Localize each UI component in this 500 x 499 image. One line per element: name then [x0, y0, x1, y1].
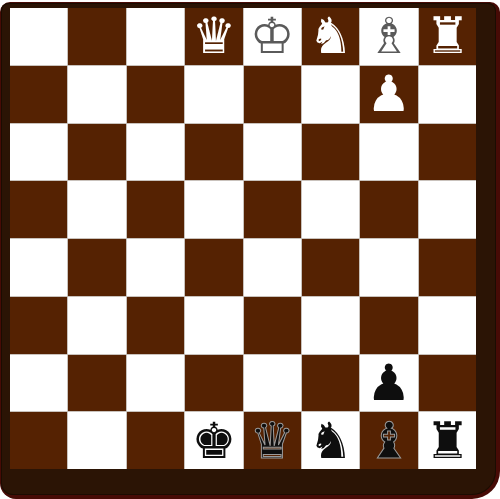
black-king-d1[interactable]: ♚ [191, 416, 236, 466]
square-d1[interactable]: ♚ [185, 412, 242, 469]
square-d4[interactable] [185, 239, 242, 296]
square-c7[interactable] [127, 66, 184, 123]
square-e2[interactable] [244, 355, 301, 412]
square-h7[interactable] [419, 66, 476, 123]
square-a4[interactable] [10, 239, 67, 296]
square-c6[interactable] [127, 124, 184, 181]
square-e6[interactable] [244, 124, 301, 181]
square-h1[interactable]: ♜ [419, 412, 476, 469]
square-b5[interactable] [68, 181, 125, 238]
square-a2[interactable] [10, 355, 67, 412]
square-g2[interactable]: ♟ [360, 355, 417, 412]
square-h2[interactable] [419, 355, 476, 412]
square-b6[interactable] [68, 124, 125, 181]
square-a7[interactable] [10, 66, 67, 123]
black-rook-h1[interactable]: ♜ [425, 416, 470, 466]
square-a5[interactable] [10, 181, 67, 238]
square-e5[interactable] [244, 181, 301, 238]
square-b4[interactable] [68, 239, 125, 296]
square-e1[interactable]: ♛ [244, 412, 301, 469]
square-d6[interactable] [185, 124, 242, 181]
black-knight-f1[interactable]: ♞ [308, 416, 353, 466]
square-g7[interactable]: ♟ [360, 66, 417, 123]
white-king-e8[interactable]: ♔ [250, 11, 295, 61]
black-queen-e1[interactable]: ♛ [250, 416, 295, 466]
square-a8[interactable] [10, 8, 67, 65]
square-b1[interactable] [68, 412, 125, 469]
square-a6[interactable] [10, 124, 67, 181]
square-g8[interactable]: ♗ [360, 8, 417, 65]
square-a3[interactable] [10, 297, 67, 354]
white-bishop-g8[interactable]: ♗ [367, 11, 412, 61]
white-queen-d8[interactable]: ♛ [191, 11, 236, 61]
square-b2[interactable] [68, 355, 125, 412]
square-c3[interactable] [127, 297, 184, 354]
square-f6[interactable] [302, 124, 359, 181]
square-c1[interactable] [127, 412, 184, 469]
square-g4[interactable] [360, 239, 417, 296]
white-rook-h8[interactable]: ♜ [425, 11, 470, 61]
white-knight-f8[interactable]: ♞ [308, 11, 353, 61]
square-g6[interactable] [360, 124, 417, 181]
square-c5[interactable] [127, 181, 184, 238]
square-e7[interactable] [244, 66, 301, 123]
square-f1[interactable]: ♞ [302, 412, 359, 469]
square-c8[interactable] [127, 8, 184, 65]
square-h8[interactable]: ♜ [419, 8, 476, 65]
square-c4[interactable] [127, 239, 184, 296]
square-h3[interactable] [419, 297, 476, 354]
square-d7[interactable] [185, 66, 242, 123]
square-g1[interactable]: ♝ [360, 412, 417, 469]
square-h4[interactable] [419, 239, 476, 296]
square-b3[interactable] [68, 297, 125, 354]
square-f2[interactable] [302, 355, 359, 412]
square-f5[interactable] [302, 181, 359, 238]
square-d2[interactable] [185, 355, 242, 412]
square-d3[interactable] [185, 297, 242, 354]
white-pawn-g7[interactable]: ♟ [367, 69, 412, 119]
square-a1[interactable] [10, 412, 67, 469]
square-c2[interactable] [127, 355, 184, 412]
black-pawn-g2[interactable]: ♟ [367, 358, 412, 408]
square-b8[interactable] [68, 8, 125, 65]
chess-board-screenshot: ♛♔♞♗♜♟♟♚♛♞♝♜ [0, 0, 500, 499]
square-b7[interactable] [68, 66, 125, 123]
square-e3[interactable] [244, 297, 301, 354]
square-f3[interactable] [302, 297, 359, 354]
square-f4[interactable] [302, 239, 359, 296]
square-f7[interactable] [302, 66, 359, 123]
square-g5[interactable] [360, 181, 417, 238]
square-h5[interactable] [419, 181, 476, 238]
chess-board-grid: ♛♔♞♗♜♟♟♚♛♞♝♜ [10, 8, 476, 469]
square-d8[interactable]: ♛ [185, 8, 242, 65]
square-g3[interactable] [360, 297, 417, 354]
square-e4[interactable] [244, 239, 301, 296]
black-bishop-g1[interactable]: ♝ [367, 416, 412, 466]
square-h6[interactable] [419, 124, 476, 181]
square-d5[interactable] [185, 181, 242, 238]
square-f8[interactable]: ♞ [302, 8, 359, 65]
square-e8[interactable]: ♔ [244, 8, 301, 65]
